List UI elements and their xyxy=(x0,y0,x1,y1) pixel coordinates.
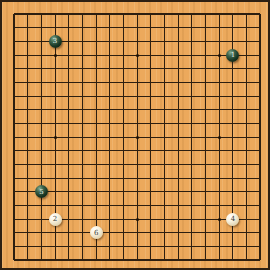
board-intersection[interactable] xyxy=(130,171,144,185)
board-intersection[interactable] xyxy=(48,171,62,185)
board-intersection[interactable] xyxy=(254,89,268,103)
board-intersection[interactable] xyxy=(89,130,103,144)
board-intersection[interactable] xyxy=(21,158,35,172)
board-intersection[interactable] xyxy=(48,130,62,144)
board-intersection[interactable] xyxy=(7,144,21,158)
board-intersection[interactable] xyxy=(76,226,90,240)
board-intersection[interactable] xyxy=(240,212,254,226)
board-intersection[interactable] xyxy=(144,240,158,254)
board-intersection[interactable] xyxy=(130,103,144,117)
board-intersection[interactable] xyxy=(199,89,213,103)
board-intersection[interactable] xyxy=(103,35,117,49)
board-intersection[interactable] xyxy=(62,103,76,117)
board-intersection[interactable] xyxy=(103,103,117,117)
board-intersection[interactable] xyxy=(117,103,131,117)
board-intersection[interactable] xyxy=(35,240,49,254)
board-intersection[interactable] xyxy=(130,226,144,240)
board-intersection[interactable] xyxy=(171,103,185,117)
board-intersection[interactable] xyxy=(103,76,117,90)
board-intersection[interactable] xyxy=(130,144,144,158)
board-intersection[interactable] xyxy=(62,76,76,90)
board-intersection[interactable] xyxy=(35,117,49,131)
board-intersection[interactable] xyxy=(62,199,76,213)
board-intersection[interactable] xyxy=(212,89,226,103)
board-intersection[interactable] xyxy=(171,62,185,76)
board-intersection[interactable] xyxy=(117,48,131,62)
board-intersection[interactable] xyxy=(254,212,268,226)
board-intersection[interactable] xyxy=(199,185,213,199)
board-intersection[interactable] xyxy=(171,226,185,240)
board-intersection[interactable] xyxy=(199,21,213,35)
board-intersection[interactable] xyxy=(21,21,35,35)
board-intersection[interactable] xyxy=(212,103,226,117)
board-intersection[interactable] xyxy=(254,117,268,131)
board-intersection[interactable] xyxy=(48,89,62,103)
board-intersection[interactable] xyxy=(62,21,76,35)
board-intersection[interactable]: 4 xyxy=(226,212,240,226)
board-intersection[interactable] xyxy=(130,185,144,199)
board-intersection[interactable] xyxy=(117,185,131,199)
board-intersection[interactable] xyxy=(212,21,226,35)
board-intersection[interactable] xyxy=(185,212,199,226)
board-intersection[interactable] xyxy=(212,7,226,21)
board-intersection[interactable] xyxy=(62,89,76,103)
board-intersection[interactable] xyxy=(103,158,117,172)
board-intersection[interactable] xyxy=(199,226,213,240)
board-intersection[interactable] xyxy=(35,89,49,103)
board-intersection[interactable] xyxy=(185,89,199,103)
board-intersection[interactable] xyxy=(48,117,62,131)
board-intersection[interactable] xyxy=(7,254,21,268)
board-intersection[interactable] xyxy=(254,158,268,172)
board-intersection[interactable] xyxy=(35,76,49,90)
board-intersection[interactable] xyxy=(199,117,213,131)
board-intersection[interactable] xyxy=(130,21,144,35)
board-intersection[interactable] xyxy=(171,7,185,21)
board-intersection[interactable] xyxy=(240,89,254,103)
board-intersection[interactable] xyxy=(212,199,226,213)
board-intersection[interactable] xyxy=(35,48,49,62)
board-intersection[interactable] xyxy=(144,144,158,158)
board-intersection[interactable] xyxy=(226,185,240,199)
board-intersection[interactable]: 2 xyxy=(48,212,62,226)
board-intersection[interactable] xyxy=(144,76,158,90)
board-intersection[interactable] xyxy=(199,254,213,268)
board-intersection[interactable] xyxy=(144,158,158,172)
board-intersection[interactable] xyxy=(254,35,268,49)
board-intersection[interactable] xyxy=(7,117,21,131)
board-intersection[interactable] xyxy=(199,171,213,185)
board-intersection[interactable] xyxy=(185,7,199,21)
board-intersection[interactable] xyxy=(62,158,76,172)
board-intersection[interactable] xyxy=(7,185,21,199)
board-intersection[interactable] xyxy=(171,76,185,90)
board-intersection[interactable] xyxy=(35,103,49,117)
board-intersection[interactable] xyxy=(171,89,185,103)
board-intersection[interactable] xyxy=(7,21,21,35)
board-intersection[interactable] xyxy=(35,7,49,21)
board-intersection[interactable] xyxy=(21,254,35,268)
board-intersection[interactable] xyxy=(117,35,131,49)
board-intersection[interactable] xyxy=(130,254,144,268)
board-intersection[interactable] xyxy=(103,130,117,144)
board-intersection[interactable] xyxy=(48,48,62,62)
board-intersection[interactable] xyxy=(199,7,213,21)
board-intersection[interactable] xyxy=(89,240,103,254)
board-intersection[interactable] xyxy=(103,48,117,62)
board-intersection[interactable] xyxy=(62,35,76,49)
board-intersection[interactable] xyxy=(103,226,117,240)
board-intersection[interactable] xyxy=(158,226,172,240)
board-intersection[interactable] xyxy=(240,21,254,35)
board-intersection[interactable] xyxy=(103,89,117,103)
board-intersection[interactable] xyxy=(212,212,226,226)
board-intersection[interactable] xyxy=(212,254,226,268)
board-intersection[interactable] xyxy=(240,226,254,240)
board-intersection[interactable] xyxy=(89,62,103,76)
board-intersection[interactable] xyxy=(103,185,117,199)
board-intersection[interactable] xyxy=(21,144,35,158)
board-intersection[interactable] xyxy=(254,240,268,254)
board-intersection[interactable] xyxy=(240,185,254,199)
board-intersection[interactable] xyxy=(226,76,240,90)
board-intersection[interactable] xyxy=(89,48,103,62)
board-intersection[interactable] xyxy=(7,48,21,62)
board-intersection[interactable] xyxy=(171,21,185,35)
board-intersection[interactable] xyxy=(21,130,35,144)
board-intersection[interactable] xyxy=(158,21,172,35)
board-intersection[interactable] xyxy=(185,130,199,144)
board-intersection[interactable] xyxy=(158,254,172,268)
board-intersection[interactable] xyxy=(199,158,213,172)
board-intersection[interactable] xyxy=(130,158,144,172)
board-intersection[interactable] xyxy=(158,144,172,158)
board-intersection[interactable] xyxy=(212,117,226,131)
board-intersection[interactable] xyxy=(185,144,199,158)
board-intersection[interactable] xyxy=(240,171,254,185)
board-intersection[interactable]: 1 xyxy=(226,48,240,62)
board-intersection[interactable] xyxy=(254,76,268,90)
board-intersection[interactable] xyxy=(117,171,131,185)
board-intersection[interactable] xyxy=(171,199,185,213)
board-intersection[interactable] xyxy=(226,171,240,185)
board-intersection[interactable] xyxy=(48,226,62,240)
board-intersection[interactable] xyxy=(62,212,76,226)
board-intersection[interactable] xyxy=(240,48,254,62)
board-intersection[interactable] xyxy=(240,144,254,158)
board-intersection[interactable] xyxy=(62,48,76,62)
board-intersection[interactable] xyxy=(62,117,76,131)
board-intersection[interactable] xyxy=(117,199,131,213)
board-intersection[interactable] xyxy=(62,185,76,199)
board-intersection[interactable] xyxy=(117,254,131,268)
board-intersection[interactable] xyxy=(62,226,76,240)
board-intersection[interactable] xyxy=(21,103,35,117)
board-intersection[interactable] xyxy=(76,35,90,49)
board-intersection[interactable] xyxy=(185,62,199,76)
board-intersection[interactable] xyxy=(76,89,90,103)
board-intersection[interactable] xyxy=(130,48,144,62)
board-intersection[interactable] xyxy=(7,226,21,240)
board-intersection[interactable] xyxy=(89,212,103,226)
board-intersection[interactable] xyxy=(144,185,158,199)
board-intersection[interactable] xyxy=(103,21,117,35)
board-intersection[interactable] xyxy=(185,21,199,35)
board-intersection[interactable] xyxy=(7,7,21,21)
board-intersection[interactable] xyxy=(48,7,62,21)
board-intersection[interactable] xyxy=(7,103,21,117)
board-intersection[interactable] xyxy=(117,117,131,131)
board-intersection[interactable] xyxy=(240,254,254,268)
board-intersection[interactable] xyxy=(89,158,103,172)
board-intersection[interactable] xyxy=(171,35,185,49)
board-intersection[interactable] xyxy=(240,62,254,76)
board-intersection[interactable] xyxy=(130,62,144,76)
board-intersection[interactable] xyxy=(117,89,131,103)
board-intersection[interactable] xyxy=(7,171,21,185)
board-intersection[interactable] xyxy=(158,62,172,76)
board-intersection[interactable] xyxy=(254,130,268,144)
board-intersection[interactable] xyxy=(130,199,144,213)
board-intersection[interactable] xyxy=(35,158,49,172)
board-intersection[interactable] xyxy=(144,21,158,35)
board-intersection[interactable] xyxy=(199,130,213,144)
board-intersection[interactable] xyxy=(144,48,158,62)
board-intersection[interactable] xyxy=(212,144,226,158)
board-intersection[interactable] xyxy=(171,240,185,254)
board-intersection[interactable]: 6 xyxy=(89,226,103,240)
board-intersection[interactable] xyxy=(21,212,35,226)
board-intersection[interactable] xyxy=(62,254,76,268)
board-intersection[interactable] xyxy=(226,158,240,172)
board-intersection[interactable] xyxy=(254,185,268,199)
board-intersection[interactable] xyxy=(171,185,185,199)
board-intersection[interactable] xyxy=(103,144,117,158)
board-intersection[interactable] xyxy=(158,185,172,199)
board-intersection[interactable] xyxy=(48,240,62,254)
board-intersection[interactable] xyxy=(212,130,226,144)
board-intersection[interactable] xyxy=(35,254,49,268)
board-intersection[interactable] xyxy=(35,212,49,226)
board-intersection[interactable] xyxy=(76,103,90,117)
board-intersection[interactable] xyxy=(185,158,199,172)
board-intersection[interactable] xyxy=(130,130,144,144)
board-intersection[interactable] xyxy=(144,35,158,49)
board-intersection[interactable] xyxy=(103,117,117,131)
board-intersection[interactable] xyxy=(254,226,268,240)
board-intersection[interactable] xyxy=(21,240,35,254)
board-intersection[interactable] xyxy=(76,254,90,268)
board-intersection[interactable] xyxy=(21,226,35,240)
board-intersection[interactable] xyxy=(185,35,199,49)
board-intersection[interactable] xyxy=(144,130,158,144)
board-intersection[interactable] xyxy=(199,212,213,226)
board-intersection[interactable] xyxy=(226,35,240,49)
board-intersection[interactable] xyxy=(240,103,254,117)
board-intersection[interactable] xyxy=(7,62,21,76)
board-intersection[interactable] xyxy=(144,254,158,268)
board-intersection[interactable] xyxy=(130,117,144,131)
board-intersection[interactable] xyxy=(226,7,240,21)
board-intersection[interactable] xyxy=(62,171,76,185)
board-intersection[interactable] xyxy=(117,76,131,90)
board-intersection[interactable] xyxy=(35,35,49,49)
board-intersection[interactable] xyxy=(158,240,172,254)
board-intersection[interactable] xyxy=(240,240,254,254)
board-intersection[interactable] xyxy=(185,117,199,131)
board-intersection[interactable] xyxy=(76,158,90,172)
board-intersection[interactable] xyxy=(158,212,172,226)
board-intersection[interactable] xyxy=(199,240,213,254)
board-intersection[interactable] xyxy=(226,89,240,103)
board-intersection[interactable] xyxy=(144,103,158,117)
board-intersection[interactable] xyxy=(117,7,131,21)
board-intersection[interactable] xyxy=(62,7,76,21)
board-intersection[interactable] xyxy=(89,35,103,49)
board-intersection[interactable] xyxy=(199,199,213,213)
board-intersection[interactable] xyxy=(62,144,76,158)
board-intersection[interactable] xyxy=(254,144,268,158)
board-intersection[interactable] xyxy=(21,76,35,90)
board-intersection[interactable] xyxy=(130,7,144,21)
board-intersection[interactable] xyxy=(21,48,35,62)
board-intersection[interactable] xyxy=(144,7,158,21)
board-intersection[interactable] xyxy=(144,171,158,185)
board-intersection[interactable] xyxy=(185,240,199,254)
board-intersection[interactable] xyxy=(158,117,172,131)
board-intersection[interactable] xyxy=(158,103,172,117)
board-intersection[interactable] xyxy=(76,185,90,199)
board-intersection[interactable]: 3 xyxy=(48,35,62,49)
board-intersection[interactable] xyxy=(21,89,35,103)
board-intersection[interactable] xyxy=(199,48,213,62)
board-intersection[interactable] xyxy=(158,35,172,49)
board-intersection[interactable] xyxy=(7,35,21,49)
board-intersection[interactable] xyxy=(158,171,172,185)
board-intersection[interactable] xyxy=(144,89,158,103)
board-intersection[interactable] xyxy=(103,199,117,213)
board-intersection[interactable] xyxy=(212,62,226,76)
board-intersection[interactable] xyxy=(158,7,172,21)
board-intersection[interactable] xyxy=(171,117,185,131)
board-intersection[interactable] xyxy=(199,35,213,49)
board-intersection[interactable] xyxy=(158,158,172,172)
board-intersection[interactable] xyxy=(130,76,144,90)
board-intersection[interactable] xyxy=(89,89,103,103)
board-intersection[interactable] xyxy=(103,62,117,76)
board-intersection[interactable] xyxy=(254,7,268,21)
board-intersection[interactable] xyxy=(48,144,62,158)
board-intersection[interactable] xyxy=(35,171,49,185)
board-intersection[interactable] xyxy=(89,199,103,213)
board-intersection[interactable] xyxy=(117,240,131,254)
board-intersection[interactable] xyxy=(226,117,240,131)
board-intersection[interactable] xyxy=(117,212,131,226)
board-intersection[interactable] xyxy=(35,199,49,213)
board-intersection[interactable] xyxy=(185,199,199,213)
board-intersection[interactable] xyxy=(76,7,90,21)
board-intersection[interactable] xyxy=(48,76,62,90)
board-intersection[interactable] xyxy=(62,130,76,144)
board-intersection[interactable] xyxy=(130,35,144,49)
board-intersection[interactable] xyxy=(212,76,226,90)
board-intersection[interactable] xyxy=(35,62,49,76)
board-intersection[interactable] xyxy=(48,62,62,76)
board-intersection[interactable] xyxy=(226,144,240,158)
board-intersection[interactable] xyxy=(185,171,199,185)
board-intersection[interactable] xyxy=(212,226,226,240)
board-intersection[interactable] xyxy=(158,89,172,103)
board-intersection[interactable] xyxy=(171,48,185,62)
board-intersection[interactable] xyxy=(76,199,90,213)
board-intersection[interactable] xyxy=(212,171,226,185)
board-intersection[interactable] xyxy=(240,199,254,213)
board-intersection[interactable] xyxy=(171,171,185,185)
board-intersection[interactable] xyxy=(254,21,268,35)
board-intersection[interactable] xyxy=(21,7,35,21)
board-intersection[interactable] xyxy=(7,240,21,254)
board-intersection[interactable] xyxy=(254,103,268,117)
board-intersection[interactable] xyxy=(130,212,144,226)
board-intersection[interactable] xyxy=(117,226,131,240)
board-intersection[interactable] xyxy=(89,117,103,131)
board-intersection[interactable] xyxy=(7,212,21,226)
board-intersection[interactable] xyxy=(144,62,158,76)
board-intersection[interactable] xyxy=(158,130,172,144)
board-intersection[interactable] xyxy=(158,199,172,213)
board-intersection[interactable] xyxy=(171,130,185,144)
board-intersection[interactable] xyxy=(103,254,117,268)
board-intersection[interactable] xyxy=(103,212,117,226)
board-intersection[interactable] xyxy=(226,240,240,254)
board-intersection[interactable] xyxy=(76,171,90,185)
board-intersection[interactable] xyxy=(35,144,49,158)
board-intersection[interactable] xyxy=(35,226,49,240)
board-intersection[interactable] xyxy=(185,103,199,117)
board-intersection[interactable] xyxy=(144,226,158,240)
board-intersection[interactable] xyxy=(89,185,103,199)
board-intersection[interactable] xyxy=(226,254,240,268)
board-intersection[interactable] xyxy=(7,89,21,103)
board-intersection[interactable] xyxy=(21,117,35,131)
board-intersection[interactable] xyxy=(199,76,213,90)
board-intersection[interactable] xyxy=(226,21,240,35)
board-intersection[interactable] xyxy=(185,254,199,268)
board-intersection[interactable] xyxy=(171,212,185,226)
board-intersection[interactable] xyxy=(226,62,240,76)
board-intersection[interactable] xyxy=(240,130,254,144)
board-intersection[interactable] xyxy=(103,171,117,185)
board-intersection[interactable] xyxy=(62,62,76,76)
board-intersection[interactable] xyxy=(48,185,62,199)
board-intersection[interactable] xyxy=(48,254,62,268)
board-intersection[interactable] xyxy=(21,35,35,49)
board-intersection[interactable] xyxy=(158,76,172,90)
board-intersection[interactable] xyxy=(76,76,90,90)
board-intersection[interactable] xyxy=(212,35,226,49)
board-intersection[interactable] xyxy=(240,7,254,21)
board-intersection[interactable] xyxy=(130,89,144,103)
board-intersection[interactable] xyxy=(117,158,131,172)
board-intersection[interactable] xyxy=(199,62,213,76)
board-intersection[interactable] xyxy=(35,21,49,35)
board-intersection[interactable] xyxy=(48,199,62,213)
board-intersection[interactable] xyxy=(103,7,117,21)
board-intersection[interactable] xyxy=(185,226,199,240)
board-intersection[interactable] xyxy=(199,144,213,158)
board-intersection[interactable] xyxy=(76,130,90,144)
board-intersection[interactable] xyxy=(7,158,21,172)
